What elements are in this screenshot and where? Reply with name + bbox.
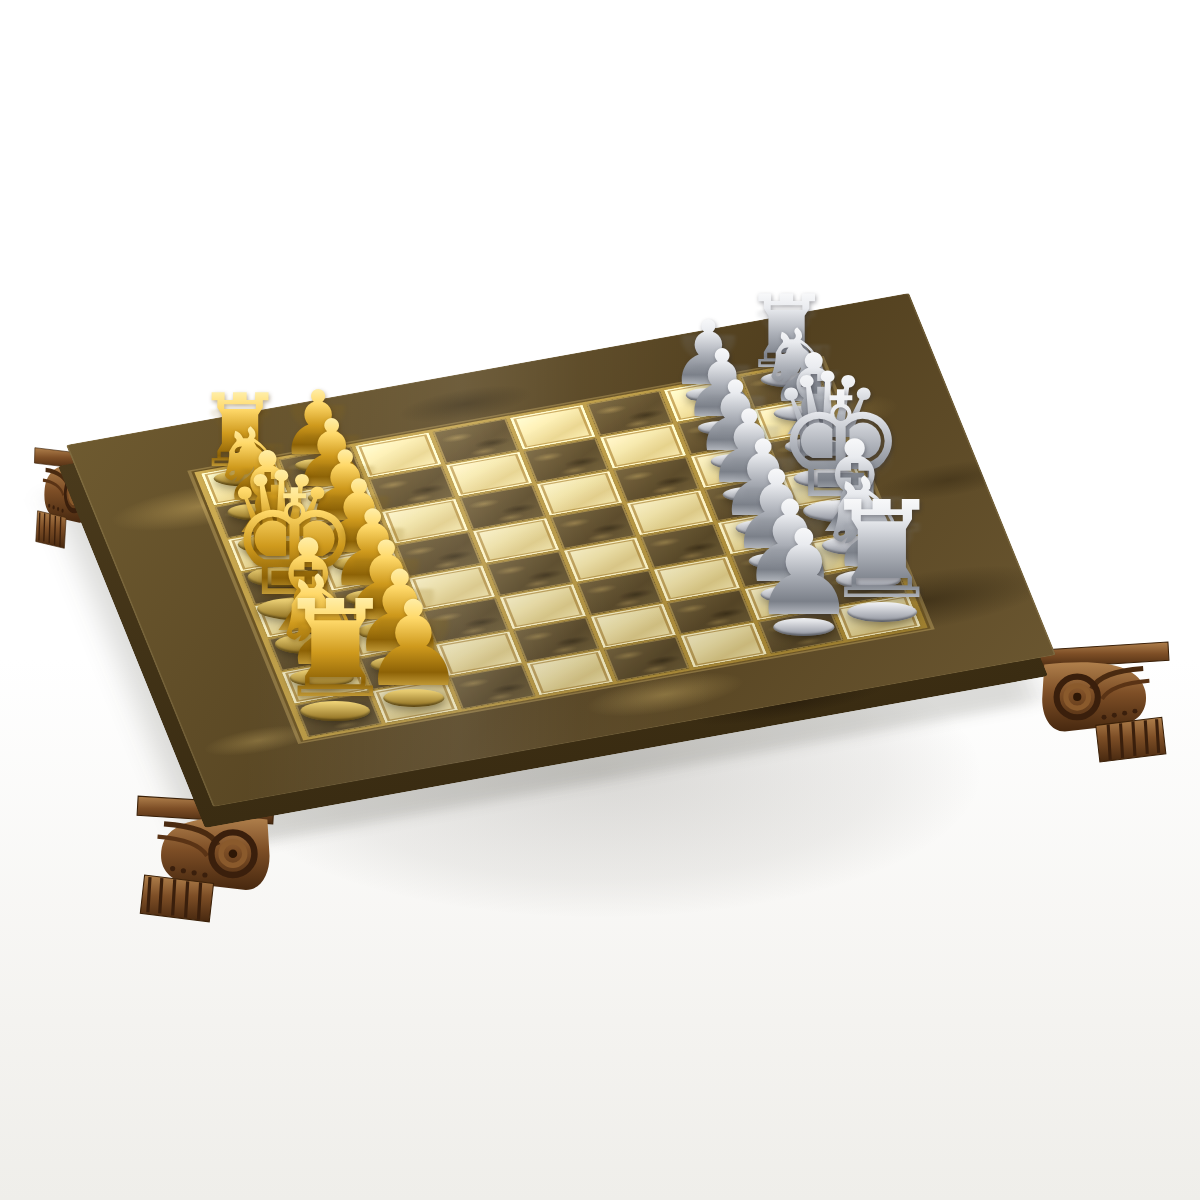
product-photo-stage: ♜♜♞♞♝♝♛♛♚♚♝♝♞♞♜♜♟♟♟♟♟♟♟♟♟♟♟♟♟♟♟♟♟♟♟♟♟♟♟♟… xyxy=(0,0,1200,1200)
piece-glyph: ♜ xyxy=(822,484,942,618)
pieces-layer: ♜♜♞♞♝♝♛♛♚♚♝♝♞♞♜♜♟♟♟♟♟♟♟♟♟♟♟♟♟♟♟♟♟♟♟♟♟♟♟♟… xyxy=(0,0,1200,1200)
piece-glyph: ♟ xyxy=(361,585,467,703)
